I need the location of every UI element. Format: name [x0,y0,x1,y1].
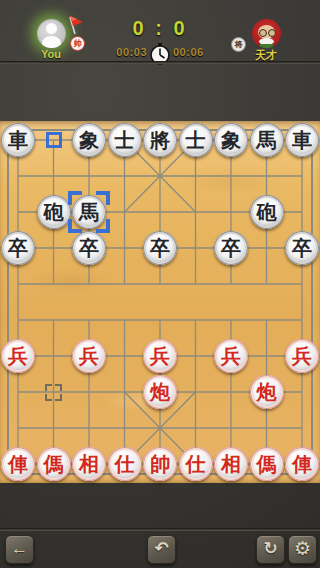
xiangqi-app-screen: 帅 You 0 : 0 00:03 00:06 将 天才 [0,0,320,568]
piece-red-i4[interactable]: 兵 [285,339,319,373]
piece-black-i7[interactable]: 卒 [285,231,319,265]
piece-red-b1[interactable]: 傌 [37,447,71,481]
xiangqi-board[interactable] [0,121,320,483]
piece-red-a4[interactable]: 兵 [1,339,35,373]
right-player-avatar[interactable] [252,19,281,48]
footer-divider [0,528,320,531]
flip-board-button[interactable]: ↻ [256,535,285,564]
piece-black-f10[interactable]: 士 [179,123,213,157]
piece-red-h1[interactable]: 傌 [250,447,284,481]
piece-black-c8[interactable]: 馬 [72,195,106,229]
red-flag-icon [67,14,84,35]
left-player-avatar[interactable] [37,19,66,48]
piece-black-b8[interactable]: 砲 [37,195,71,229]
piece-black-a7[interactable]: 卒 [1,231,35,265]
piece-red-g1[interactable]: 相 [214,447,248,481]
person-silhouette-icon [46,23,57,34]
piece-black-a10[interactable]: 車 [1,123,35,157]
left-player-name: You [21,48,81,60]
back-arrow-icon: ← [11,539,28,558]
right-timer: 00:06 [173,46,231,58]
refresh-icon: ↻ [263,539,277,558]
undo-button[interactable]: ↶ [147,535,176,564]
piece-black-c7[interactable]: 卒 [72,231,106,265]
piece-black-e10[interactable]: 將 [143,123,177,157]
left-timer: 00:03 [89,46,147,58]
piece-black-c10[interactable]: 象 [72,123,106,157]
piece-red-i1[interactable]: 俥 [285,447,319,481]
piece-red-g4[interactable]: 兵 [214,339,248,373]
piece-red-c4[interactable]: 兵 [72,339,106,373]
piece-red-c1[interactable]: 相 [72,447,106,481]
board-grid [0,121,320,483]
piece-red-h3[interactable]: 炮 [250,375,284,409]
piece-red-a1[interactable]: 俥 [1,447,35,481]
piece-black-h10[interactable]: 馬 [250,123,284,157]
piece-black-e7[interactable]: 卒 [143,231,177,265]
piece-black-g10[interactable]: 象 [214,123,248,157]
piece-black-h8[interactable]: 砲 [250,195,284,229]
piece-black-g7[interactable]: 卒 [214,231,248,265]
piece-red-d1[interactable]: 仕 [108,447,142,481]
piece-red-e3[interactable]: 炮 [143,375,177,409]
piece-red-e1[interactable]: 帥 [143,447,177,481]
gear-icon: ⚙ [294,538,311,559]
piece-red-f1[interactable]: 仕 [179,447,213,481]
settings-button[interactable]: ⚙ [288,535,317,564]
piece-red-e4[interactable]: 兵 [143,339,177,373]
back-button[interactable]: ← [5,535,34,564]
match-score: 0 : 0 [110,17,210,40]
piece-black-i10[interactable]: 車 [285,123,319,157]
header-divider [0,61,320,64]
piece-black-d10[interactable]: 士 [108,123,142,157]
undo-icon: ↶ [154,539,168,558]
